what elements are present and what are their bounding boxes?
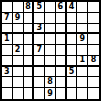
cell-r8c7[interactable] — [67, 77, 78, 88]
cell-r6c4[interactable] — [34, 56, 45, 67]
cell-r2c7[interactable] — [67, 13, 78, 24]
cell-r4c6[interactable] — [56, 34, 67, 45]
cell-r9c4[interactable] — [34, 88, 45, 99]
cell-r8c6[interactable] — [56, 77, 67, 88]
cell-r9c9[interactable] — [88, 88, 99, 99]
cell-r6c6[interactable] — [56, 56, 67, 67]
cell-r3c9[interactable] — [88, 24, 99, 35]
cell-r2c5[interactable] — [45, 13, 56, 24]
cell-r2c4[interactable] — [34, 13, 45, 24]
cell-r1c3[interactable]: 8 — [24, 2, 35, 13]
cell-r8c9[interactable] — [88, 77, 99, 88]
cell-r1c9[interactable] — [88, 2, 99, 13]
cell-r5c6[interactable] — [56, 45, 67, 56]
cell-r1c6[interactable]: 6 — [56, 2, 67, 13]
cell-r6c3[interactable] — [24, 56, 35, 67]
cell-r2c6[interactable] — [56, 13, 67, 24]
cell-r9c1[interactable] — [2, 88, 13, 99]
cell-r1c8[interactable] — [77, 2, 88, 13]
cell-r3c7[interactable] — [67, 24, 78, 35]
cell-r2c1[interactable]: 7 — [2, 13, 13, 24]
cell-r5c4[interactable]: 7 — [34, 45, 45, 56]
cell-r6c1[interactable] — [2, 56, 13, 67]
cell-r3c1[interactable] — [2, 24, 13, 35]
cell-r4c4[interactable] — [34, 34, 45, 45]
cell-r3c6[interactable] — [56, 24, 67, 35]
cell-r4c9[interactable] — [88, 34, 99, 45]
cell-r7c6[interactable] — [56, 67, 67, 78]
cell-r3c5[interactable] — [45, 24, 56, 35]
cell-r4c3[interactable] — [24, 34, 35, 45]
cell-r9c8[interactable] — [77, 88, 88, 99]
cell-r9c5[interactable]: 9 — [45, 88, 56, 99]
cell-r7c4[interactable] — [34, 67, 45, 78]
cell-r5c3[interactable] — [24, 45, 35, 56]
cell-r4c5[interactable] — [45, 34, 56, 45]
cell-r5c9[interactable] — [88, 45, 99, 56]
cell-r4c1[interactable]: 1 — [2, 34, 13, 45]
cell-r5c5[interactable] — [45, 45, 56, 56]
cell-r8c4[interactable] — [34, 77, 45, 88]
cell-r5c1[interactable] — [2, 45, 13, 56]
cell-r3c8[interactable] — [77, 24, 88, 35]
cell-r7c5[interactable] — [45, 67, 56, 78]
cell-r4c2[interactable] — [13, 34, 24, 45]
cell-r3c4[interactable]: 3 — [34, 24, 45, 35]
cell-r7c3[interactable] — [24, 67, 35, 78]
cell-r4c7[interactable] — [67, 34, 78, 45]
cell-r8c2[interactable] — [13, 77, 24, 88]
cell-r9c2[interactable] — [13, 88, 24, 99]
cell-r9c6[interactable] — [56, 88, 67, 99]
cell-r5c7[interactable] — [67, 45, 78, 56]
cell-r7c7[interactable]: 5 — [67, 67, 78, 78]
cell-r8c1[interactable] — [2, 77, 13, 88]
cell-r1c5[interactable] — [45, 2, 56, 13]
sudoku-board: 85647931927183589 — [0, 0, 101, 101]
cell-r5c2[interactable]: 2 — [13, 45, 24, 56]
cell-r5c8[interactable] — [77, 45, 88, 56]
cell-r6c7[interactable] — [67, 56, 78, 67]
cell-r2c3[interactable] — [24, 13, 35, 24]
cell-r8c8[interactable] — [77, 77, 88, 88]
cell-r8c5[interactable]: 8 — [45, 77, 56, 88]
cell-r2c2[interactable]: 9 — [13, 13, 24, 24]
cell-r6c9[interactable]: 8 — [88, 56, 99, 67]
cell-r3c2[interactable] — [13, 24, 24, 35]
cell-r6c8[interactable]: 1 — [77, 56, 88, 67]
cell-r8c3[interactable] — [24, 77, 35, 88]
cell-r7c9[interactable] — [88, 67, 99, 78]
cell-r1c4[interactable]: 5 — [34, 2, 45, 13]
cell-r2c9[interactable] — [88, 13, 99, 24]
cell-r7c8[interactable] — [77, 67, 88, 78]
cell-r6c5[interactable] — [45, 56, 56, 67]
cell-r4c8[interactable]: 9 — [77, 34, 88, 45]
cell-r3c3[interactable] — [24, 24, 35, 35]
cell-r9c3[interactable] — [24, 88, 35, 99]
cell-r1c2[interactable] — [13, 2, 24, 13]
cell-r9c7[interactable] — [67, 88, 78, 99]
cell-r1c1[interactable] — [2, 2, 13, 13]
cell-r7c2[interactable] — [13, 67, 24, 78]
cell-r7c1[interactable]: 3 — [2, 67, 13, 78]
cell-r6c2[interactable] — [13, 56, 24, 67]
cell-r1c7[interactable]: 4 — [67, 2, 78, 13]
cell-r2c8[interactable] — [77, 13, 88, 24]
